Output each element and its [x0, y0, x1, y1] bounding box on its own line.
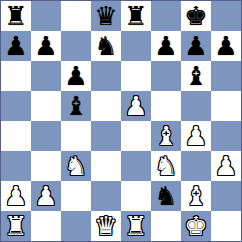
square-a6[interactable] — [1, 61, 31, 91]
square-a5[interactable] — [1, 91, 31, 121]
piece-black-rook[interactable]: ♜ — [4, 1, 27, 31]
square-h6[interactable] — [211, 61, 241, 91]
square-d4[interactable] — [91, 121, 121, 151]
square-g1[interactable]: ♚ — [181, 211, 211, 241]
square-e5[interactable]: ♟ — [121, 91, 151, 121]
piece-black-knight[interactable]: ♞ — [94, 31, 117, 61]
square-d2[interactable] — [91, 181, 121, 211]
square-b5[interactable] — [31, 91, 61, 121]
square-b1[interactable] — [31, 211, 61, 241]
piece-black-pawn[interactable]: ♟ — [184, 31, 207, 61]
piece-black-king[interactable]: ♚ — [184, 1, 207, 31]
square-f4[interactable]: ♝ — [151, 121, 181, 151]
square-d8[interactable]: ♛ — [91, 1, 121, 31]
square-g6[interactable]: ♝ — [181, 61, 211, 91]
square-b2[interactable]: ♟ — [31, 181, 61, 211]
piece-black-pawn[interactable]: ♟ — [34, 31, 57, 61]
square-h1[interactable] — [211, 211, 241, 241]
square-b4[interactable] — [31, 121, 61, 151]
piece-black-pawn[interactable]: ♟ — [4, 31, 27, 61]
square-g4[interactable]: ♟ — [181, 121, 211, 151]
square-d1[interactable]: ♛ — [91, 211, 121, 241]
piece-white-rook[interactable]: ♜ — [124, 211, 147, 241]
square-e3[interactable] — [121, 151, 151, 181]
square-a8[interactable]: ♜ — [1, 1, 31, 31]
piece-white-pawn[interactable]: ♟ — [214, 151, 237, 181]
square-h7[interactable]: ♟ — [211, 31, 241, 61]
square-g2[interactable]: ♝ — [181, 181, 211, 211]
square-a2[interactable]: ♟ — [1, 181, 31, 211]
piece-black-rook[interactable]: ♜ — [124, 1, 147, 31]
square-f7[interactable]: ♟ — [151, 31, 181, 61]
square-c8[interactable] — [61, 1, 91, 31]
square-b7[interactable]: ♟ — [31, 31, 61, 61]
square-e6[interactable] — [121, 61, 151, 91]
square-d3[interactable] — [91, 151, 121, 181]
square-c7[interactable] — [61, 31, 91, 61]
square-d6[interactable] — [91, 61, 121, 91]
square-g7[interactable]: ♟ — [181, 31, 211, 61]
piece-white-pawn[interactable]: ♟ — [184, 121, 207, 151]
piece-white-rook[interactable]: ♜ — [4, 211, 27, 241]
square-f3[interactable]: ♞ — [151, 151, 181, 181]
square-f1[interactable] — [151, 211, 181, 241]
square-d7[interactable]: ♞ — [91, 31, 121, 61]
square-c3[interactable]: ♞ — [61, 151, 91, 181]
square-c4[interactable] — [61, 121, 91, 151]
square-h8[interactable] — [211, 1, 241, 31]
piece-black-pawn[interactable]: ♟ — [214, 31, 237, 61]
square-h2[interactable] — [211, 181, 241, 211]
square-e2[interactable] — [121, 181, 151, 211]
square-f6[interactable] — [151, 61, 181, 91]
chess-board: ♜♛♜♚♟♟♞♟♟♟♟♝♝♟♝♟♞♞♟♟♟♞♝♜♛♜♚ — [0, 0, 242, 242]
square-c5[interactable]: ♝ — [61, 91, 91, 121]
piece-black-bishop[interactable]: ♝ — [64, 91, 87, 121]
square-c1[interactable] — [61, 211, 91, 241]
square-h5[interactable] — [211, 91, 241, 121]
piece-white-pawn[interactable]: ♟ — [34, 181, 57, 211]
piece-black-pawn[interactable]: ♟ — [154, 31, 177, 61]
square-b3[interactable] — [31, 151, 61, 181]
piece-white-bishop[interactable]: ♝ — [184, 181, 207, 211]
square-a4[interactable] — [1, 121, 31, 151]
piece-white-bishop[interactable]: ♝ — [154, 121, 177, 151]
piece-white-queen[interactable]: ♛ — [94, 211, 117, 241]
square-e4[interactable] — [121, 121, 151, 151]
square-h4[interactable] — [211, 121, 241, 151]
square-h3[interactable]: ♟ — [211, 151, 241, 181]
square-a7[interactable]: ♟ — [1, 31, 31, 61]
square-f5[interactable] — [151, 91, 181, 121]
piece-white-king[interactable]: ♚ — [184, 211, 207, 241]
square-c2[interactable] — [61, 181, 91, 211]
square-g8[interactable]: ♚ — [181, 1, 211, 31]
square-f8[interactable] — [151, 1, 181, 31]
square-d5[interactable] — [91, 91, 121, 121]
piece-white-knight[interactable]: ♞ — [154, 151, 177, 181]
square-b6[interactable] — [31, 61, 61, 91]
square-f2[interactable]: ♞ — [151, 181, 181, 211]
square-c6[interactable]: ♟ — [61, 61, 91, 91]
piece-white-pawn[interactable]: ♟ — [4, 181, 27, 211]
piece-black-queen[interactable]: ♛ — [94, 1, 117, 31]
piece-black-pawn[interactable]: ♟ — [64, 61, 87, 91]
square-e1[interactable]: ♜ — [121, 211, 151, 241]
square-b8[interactable] — [31, 1, 61, 31]
square-a1[interactable]: ♜ — [1, 211, 31, 241]
square-g5[interactable] — [181, 91, 211, 121]
piece-white-knight[interactable]: ♞ — [64, 151, 87, 181]
piece-white-pawn[interactable]: ♟ — [124, 91, 147, 121]
piece-black-knight[interactable]: ♞ — [154, 181, 177, 211]
square-a3[interactable] — [1, 151, 31, 181]
square-g3[interactable] — [181, 151, 211, 181]
square-e8[interactable]: ♜ — [121, 1, 151, 31]
square-e7[interactable] — [121, 31, 151, 61]
piece-black-bishop[interactable]: ♝ — [184, 61, 207, 91]
